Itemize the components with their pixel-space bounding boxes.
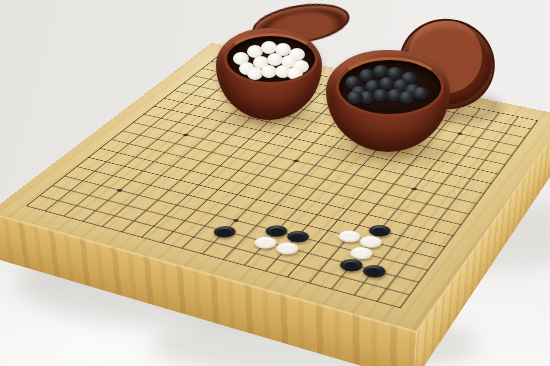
white-stone-in-bowl[interactable] — [287, 67, 303, 80]
hoshi-point — [232, 219, 239, 223]
hoshi-point — [358, 251, 365, 255]
black-stone-bowl[interactable] — [326, 50, 450, 152]
white-stone[interactable]: ● — [251, 235, 281, 251]
black-stone[interactable]: ● — [283, 229, 312, 245]
scene: ●●●●●●●●●●● — [0, 0, 550, 366]
black-stone[interactable]: ● — [359, 263, 389, 280]
black-stone[interactable]: ● — [337, 257, 367, 274]
hoshi-point — [116, 189, 123, 192]
white-stone[interactable]: ● — [347, 245, 377, 261]
black-stone[interactable]: ● — [366, 223, 395, 238]
black-stone-in-bowl[interactable] — [347, 91, 363, 104]
hoshi-point — [411, 187, 418, 190]
black-stone[interactable]: ● — [210, 224, 240, 239]
black-bowl-opening — [336, 57, 444, 117]
black-stone[interactable]: ● — [262, 224, 291, 239]
black-stone-in-bowl[interactable] — [413, 87, 429, 100]
white-stone[interactable]: ● — [356, 234, 385, 250]
white-stone[interactable]: ● — [335, 229, 364, 245]
white-stone[interactable]: ● — [272, 240, 302, 256]
white-bowl-opening — [224, 33, 318, 85]
white-stone-bowl[interactable] — [216, 28, 322, 120]
